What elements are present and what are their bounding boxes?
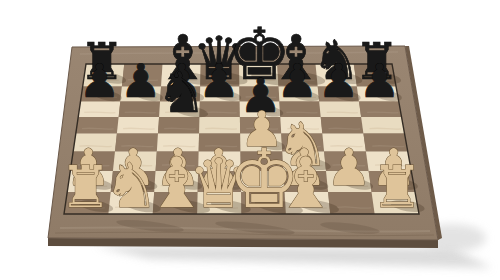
piece-black-pawn-g7[interactable]: ♟ — [318, 54, 360, 108]
square-a5[interactable] — [76, 117, 119, 134]
square-b5[interactable] — [117, 117, 159, 134]
piece-white-rook-h1[interactable]: ♜ — [371, 154, 423, 221]
square-h5[interactable] — [361, 117, 404, 134]
piece-black-knight-c6[interactable]: ♞ — [156, 60, 206, 125]
chessboard: ♜♝♛♚♝♞♜♟♟♟♟♟♟♟♞♟♟♞♟♟♟♟♟♟♟♜♞♝♛♚♝♜ — [0, 0, 500, 280]
piece-black-pawn-a7[interactable]: ♟ — [79, 54, 121, 108]
piece-black-pawn-h7[interactable]: ♟ — [359, 54, 401, 108]
photo-stage: ♜♝♛♚♝♞♜♟♟♟♟♟♟♟♞♟♟♞♟♟♟♟♟♟♟♜♞♝♛♚♝♜ — [0, 0, 500, 280]
piece-white-bishop-f1[interactable]: ♝ — [275, 143, 337, 223]
